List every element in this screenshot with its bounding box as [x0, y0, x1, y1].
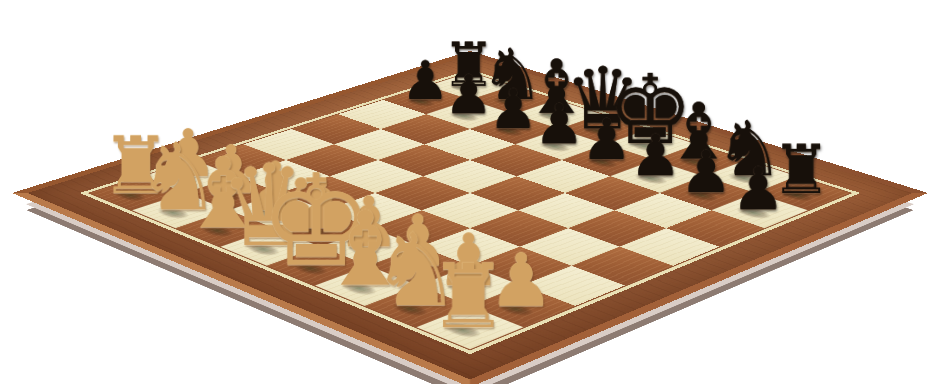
- black-pawn-icon: ♟: [581, 112, 632, 169]
- white-rook-icon: ♜: [428, 251, 508, 340]
- square-h1: ♜: [416, 306, 523, 349]
- black-pawn-icon: ♟: [401, 54, 449, 107]
- black-pawn-icon: ♟: [679, 143, 732, 202]
- square-f5: [518, 193, 615, 228]
- board-frame: ♜♞♝♛♚♝♞♜♟♟♟♟♟♟♟♟♟♟♟♟♟♟♟♟♜♞♝♛♚♝♞♜: [28, 55, 913, 379]
- black-pawn-icon: ♟: [444, 68, 493, 122]
- chess-set-photo: ♜♞♝♛♚♝♞♜♟♟♟♟♟♟♟♟♟♟♟♟♟♟♟♟♜♞♝♛♚♝♞♜: [0, 0, 940, 384]
- black-pawn-icon: ♟: [488, 82, 537, 137]
- black-pawn-icon: ♟: [731, 160, 784, 220]
- chess-board: ♜♞♝♛♚♝♞♜♟♟♟♟♟♟♟♟♟♟♟♟♟♟♟♟♜♞♝♛♚♝♞♜: [12, 51, 928, 384]
- black-pawn-icon: ♟: [534, 97, 584, 153]
- playing-area: ♜♞♝♛♚♝♞♜♟♟♟♟♟♟♟♟♟♟♟♟♟♟♟♟♜♞♝♛♚♝♞♜: [90, 72, 850, 349]
- black-pawn-icon: ♟: [629, 127, 681, 185]
- frame-accent-line: ♜♞♝♛♚♝♞♜♟♟♟♟♟♟♟♟♟♟♟♟♟♟♟♟♜♞♝♛♚♝♞♜: [80, 69, 861, 354]
